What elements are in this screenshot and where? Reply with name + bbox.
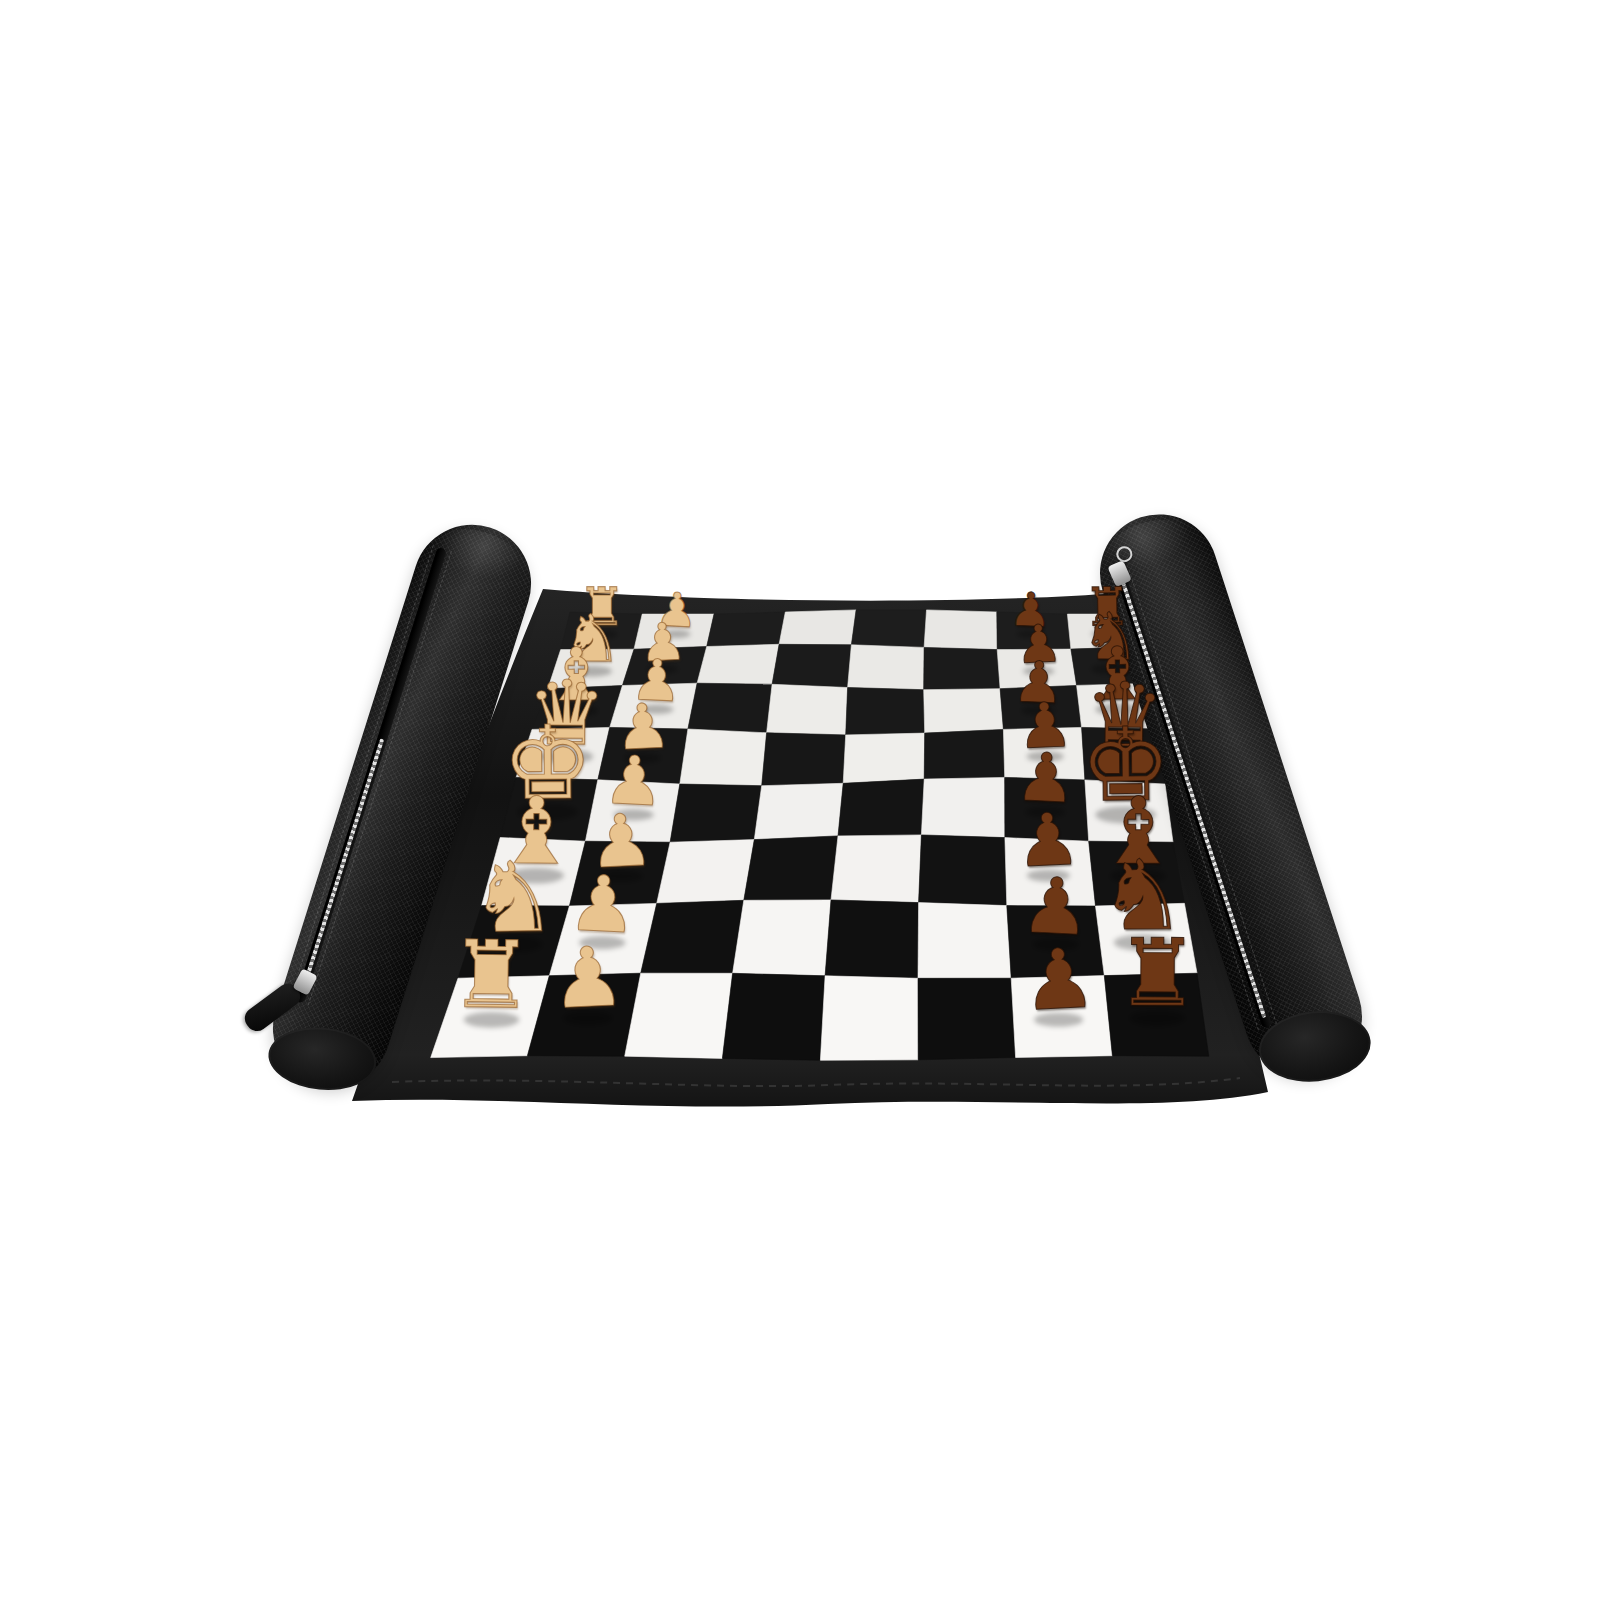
piece-shadow	[517, 803, 578, 820]
piece-shadow	[639, 705, 673, 715]
square-b3	[697, 644, 779, 684]
piece-shadow	[586, 630, 618, 639]
piece-shadow	[614, 809, 654, 820]
piece-shadow	[1114, 934, 1172, 950]
square-f5	[831, 835, 921, 903]
square-g3	[641, 900, 744, 973]
square-a3	[707, 612, 786, 647]
piece-shadow	[484, 936, 542, 952]
piece-shadow	[1027, 751, 1064, 762]
piece-shadow	[1130, 1010, 1186, 1026]
square-c5	[846, 688, 925, 735]
piece-shadow	[554, 705, 598, 717]
square-g4	[733, 900, 831, 976]
piece-shadow	[1095, 703, 1139, 715]
piece-shadow	[624, 753, 661, 764]
square-d3	[680, 729, 767, 786]
piece-shadow	[1025, 806, 1065, 817]
square-h4	[722, 973, 825, 1060]
piece-shadow	[540, 749, 593, 764]
square-c3	[688, 683, 772, 733]
piece-shadow	[1033, 938, 1079, 951]
piece-shadow	[573, 666, 612, 677]
square-d6	[924, 729, 1005, 779]
piece-shadow	[663, 630, 691, 638]
piece-shadow	[464, 1012, 520, 1028]
piece-shadow	[1023, 667, 1054, 676]
piece-shadow	[1097, 751, 1150, 766]
square-g5	[825, 900, 919, 978]
square-d5	[843, 733, 925, 783]
piece-shadow	[579, 936, 625, 949]
chess-mat-and-board	[0, 0, 1600, 1600]
piece-shadow	[1027, 870, 1070, 882]
square-a4	[779, 610, 856, 645]
piece-shadow	[1095, 806, 1156, 823]
square-a5	[851, 610, 926, 648]
square-f4	[744, 836, 838, 900]
rollup-chess-set-photo: ♜♟♟♜♞♟♟♞♝♟♟♝♛♟♟♛♚♟♟♚♝♟♟♝♞♟♟♞♜♟♟♜	[0, 0, 1600, 1600]
piece-shadow	[1017, 630, 1045, 638]
piece-shadow	[1091, 664, 1130, 675]
square-f3	[657, 840, 755, 904]
square-b6	[924, 647, 1000, 689]
square-h3	[625, 973, 733, 1058]
piece-shadow	[563, 1011, 612, 1025]
square-c6	[924, 689, 1004, 733]
square-b5	[848, 645, 925, 690]
piece-shadow	[600, 870, 643, 882]
square-a6	[924, 610, 997, 650]
square-e5	[838, 779, 924, 836]
piece-shadow	[508, 868, 564, 884]
square-g6	[918, 903, 1011, 979]
square-b4	[772, 644, 851, 687]
square-d4	[762, 733, 846, 786]
piece-shadow	[1110, 868, 1166, 884]
square-f6	[919, 835, 1007, 906]
square-e6	[921, 777, 1005, 837]
square-e3	[670, 784, 762, 842]
piece-shadow	[1021, 706, 1055, 716]
square-h5	[820, 976, 918, 1061]
square-e4	[754, 783, 843, 839]
piece-shadow	[647, 665, 678, 674]
square-c4	[767, 684, 848, 735]
square-h6	[918, 978, 1016, 1060]
piece-shadow	[1034, 1013, 1083, 1027]
